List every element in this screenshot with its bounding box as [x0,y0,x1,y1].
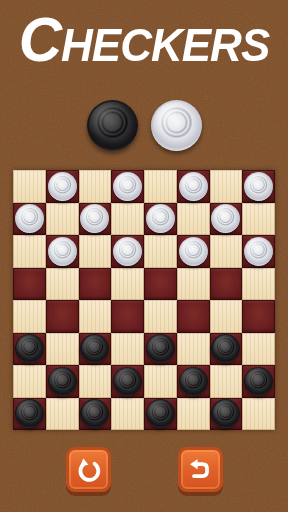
undo-button[interactable] [178,447,223,492]
black-checker[interactable] [146,399,175,428]
piece-display-row [0,100,288,151]
board-square[interactable] [46,235,79,268]
board-square[interactable] [79,398,112,431]
undo-icon [186,455,215,484]
board-square[interactable] [242,268,275,301]
board-square[interactable] [46,365,79,398]
board-square[interactable] [242,170,275,203]
board-square[interactable] [210,268,243,301]
board-square[interactable] [144,365,177,398]
white-checker[interactable] [113,172,142,201]
black-checker[interactable] [15,399,44,428]
board-square[interactable] [144,268,177,301]
board-square[interactable] [210,235,243,268]
black-checker[interactable] [179,367,208,396]
black-checker[interactable] [113,367,142,396]
board-square[interactable] [144,235,177,268]
board-square[interactable] [13,333,46,366]
white-piece-display [151,100,202,151]
board-square[interactable] [13,398,46,431]
board-square[interactable] [144,170,177,203]
board-square[interactable] [46,170,79,203]
board-square[interactable] [13,268,46,301]
board-square[interactable] [111,235,144,268]
board-square[interactable] [46,398,79,431]
black-piece-display [87,100,138,151]
board-square[interactable] [46,268,79,301]
black-checker[interactable] [244,367,273,396]
board-square[interactable] [13,300,46,333]
board-square[interactable] [242,398,275,431]
board-square[interactable] [79,170,112,203]
page-title: Checkers [0,0,288,84]
board-square[interactable] [242,235,275,268]
white-checker[interactable] [48,237,77,266]
board-square[interactable] [79,203,112,236]
board-square[interactable] [177,268,210,301]
board-square[interactable] [210,203,243,236]
black-checker[interactable] [80,334,109,363]
board-square[interactable] [177,203,210,236]
black-checker[interactable] [80,399,109,428]
board-square[interactable] [177,300,210,333]
board-square[interactable] [242,203,275,236]
board-square[interactable] [177,235,210,268]
board-square[interactable] [79,300,112,333]
board-square[interactable] [210,333,243,366]
board-square[interactable] [242,333,275,366]
black-checker[interactable] [15,334,44,363]
board-square[interactable] [144,203,177,236]
board-square[interactable] [177,365,210,398]
board-square[interactable] [111,398,144,431]
board-square[interactable] [13,235,46,268]
board-square[interactable] [144,398,177,431]
board-square[interactable] [177,170,210,203]
board-square[interactable] [79,365,112,398]
board-square[interactable] [210,300,243,333]
white-checker[interactable] [244,237,273,266]
black-checker[interactable] [146,334,175,363]
white-checker[interactable] [48,172,77,201]
board-square[interactable] [242,300,275,333]
board-square[interactable] [210,365,243,398]
board-square[interactable] [177,333,210,366]
board-square[interactable] [79,333,112,366]
board-square[interactable] [144,333,177,366]
restart-button[interactable] [66,447,111,492]
white-checker[interactable] [211,204,240,233]
board-square[interactable] [13,170,46,203]
board-square[interactable] [111,333,144,366]
board-square[interactable] [79,235,112,268]
board-square[interactable] [13,203,46,236]
white-checker[interactable] [80,204,109,233]
white-checker[interactable] [15,204,44,233]
board-square[interactable] [46,333,79,366]
white-checker[interactable] [244,172,273,201]
checkers-board [13,170,275,430]
board-square[interactable] [144,300,177,333]
black-checker[interactable] [48,367,77,396]
white-checker[interactable] [113,237,142,266]
board-square[interactable] [79,268,112,301]
board-square[interactable] [111,300,144,333]
white-checker[interactable] [179,237,208,266]
black-checker[interactable] [211,334,240,363]
board-square[interactable] [13,365,46,398]
app-screen: Checkers [0,0,288,512]
board-square[interactable] [177,398,210,431]
board-square[interactable] [46,203,79,236]
black-checker[interactable] [211,399,240,428]
board-square[interactable] [210,398,243,431]
board-square[interactable] [111,365,144,398]
restart-icon [74,455,103,484]
white-checker[interactable] [179,172,208,201]
board-square[interactable] [46,300,79,333]
board-square[interactable] [111,170,144,203]
white-checker[interactable] [146,204,175,233]
board-square[interactable] [111,268,144,301]
board-square[interactable] [210,170,243,203]
board-square[interactable] [111,203,144,236]
board-square[interactable] [242,365,275,398]
